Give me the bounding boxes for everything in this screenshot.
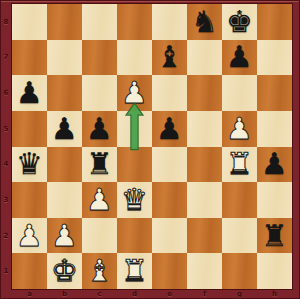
black-rook-c4[interactable]: ♜ [86, 149, 113, 179]
square-d4[interactable] [117, 147, 152, 183]
square-e1[interactable] [152, 253, 187, 289]
square-f8[interactable]: ♞ [187, 4, 222, 40]
square-e3[interactable] [152, 182, 187, 218]
square-d2[interactable] [117, 218, 152, 254]
square-b2[interactable]: ♟ [47, 218, 82, 254]
square-e2[interactable] [152, 218, 187, 254]
square-g3[interactable] [222, 182, 257, 218]
black-bishop-e7[interactable]: ♝ [156, 42, 183, 72]
square-f4[interactable] [187, 147, 222, 183]
rank-label-8: 8 [0, 4, 12, 40]
square-f3[interactable] [187, 182, 222, 218]
white-queen-d3[interactable]: ♛ [121, 185, 148, 215]
square-d8[interactable] [117, 4, 152, 40]
white-rook-g4[interactable]: ♜ [226, 149, 253, 179]
white-king-b1[interactable]: ♚ [51, 256, 78, 286]
white-pawn-b2[interactable]: ♟ [51, 221, 78, 251]
black-rook-h2[interactable]: ♜ [261, 221, 288, 251]
file-label-h: h [257, 289, 292, 299]
black-knight-f8[interactable]: ♞ [191, 7, 218, 37]
square-b3[interactable] [47, 182, 82, 218]
square-b6[interactable] [47, 75, 82, 111]
rank-label-1: 1 [0, 253, 12, 289]
file-label-d: d [117, 289, 152, 299]
file-label-b: b [47, 289, 82, 299]
square-h8[interactable] [257, 4, 292, 40]
square-g7[interactable]: ♟ [222, 40, 257, 76]
black-pawn-c5[interactable]: ♟ [86, 114, 113, 144]
square-d5[interactable] [117, 111, 152, 147]
square-f1[interactable] [187, 253, 222, 289]
black-pawn-g7[interactable]: ♟ [226, 42, 253, 72]
white-pawn-g5[interactable]: ♟ [226, 114, 253, 144]
square-a3[interactable] [12, 182, 47, 218]
chess-board: ♞♚♝♟♟♟♟♟♟♟♛♜♜♟♟♛♟♟♜♚♝♜ [12, 4, 292, 289]
square-h1[interactable] [257, 253, 292, 289]
square-h2[interactable]: ♜ [257, 218, 292, 254]
square-a6[interactable]: ♟ [12, 75, 47, 111]
square-c6[interactable] [82, 75, 117, 111]
square-f7[interactable] [187, 40, 222, 76]
square-h3[interactable] [257, 182, 292, 218]
square-e5[interactable]: ♟ [152, 111, 187, 147]
black-king-g8[interactable]: ♚ [226, 7, 253, 37]
black-pawn-h4[interactable]: ♟ [261, 149, 288, 179]
square-c1[interactable]: ♝ [82, 253, 117, 289]
file-label-f: f [187, 289, 222, 299]
square-d6[interactable]: ♟ [117, 75, 152, 111]
file-label-g: g [222, 289, 257, 299]
file-label-e: e [152, 289, 187, 299]
square-g1[interactable] [222, 253, 257, 289]
square-c5[interactable]: ♟ [82, 111, 117, 147]
square-g4[interactable]: ♜ [222, 147, 257, 183]
white-pawn-a2[interactable]: ♟ [16, 221, 43, 251]
square-c2[interactable] [82, 218, 117, 254]
white-bishop-c1[interactable]: ♝ [86, 256, 113, 286]
square-g8[interactable]: ♚ [222, 4, 257, 40]
black-queen-a4[interactable]: ♛ [16, 149, 43, 179]
square-f2[interactable] [187, 218, 222, 254]
rank-label-7: 7 [0, 40, 12, 76]
square-a8[interactable] [12, 4, 47, 40]
square-d3[interactable]: ♛ [117, 182, 152, 218]
black-pawn-a6[interactable]: ♟ [16, 78, 43, 108]
white-pawn-c3[interactable]: ♟ [86, 185, 113, 215]
file-label-c: c [82, 289, 117, 299]
rank-label-2: 2 [0, 218, 12, 254]
square-h5[interactable] [257, 111, 292, 147]
square-a5[interactable] [12, 111, 47, 147]
rank-label-5: 5 [0, 111, 12, 147]
square-a1[interactable] [12, 253, 47, 289]
square-h7[interactable] [257, 40, 292, 76]
square-c3[interactable]: ♟ [82, 182, 117, 218]
black-pawn-b5[interactable]: ♟ [51, 114, 78, 144]
black-pawn-e5[interactable]: ♟ [156, 114, 183, 144]
square-e6[interactable] [152, 75, 187, 111]
square-d1[interactable]: ♜ [117, 253, 152, 289]
square-h4[interactable]: ♟ [257, 147, 292, 183]
square-a7[interactable] [12, 40, 47, 76]
square-b7[interactable] [47, 40, 82, 76]
square-b8[interactable] [47, 4, 82, 40]
white-rook-d1[interactable]: ♜ [121, 256, 148, 286]
square-f5[interactable] [187, 111, 222, 147]
square-c4[interactable]: ♜ [82, 147, 117, 183]
board-frame: ♞♚♝♟♟♟♟♟♟♟♛♜♜♟♟♛♟♟♜♚♝♜ 87654321 abcdefgh [0, 0, 300, 299]
square-e7[interactable]: ♝ [152, 40, 187, 76]
square-a4[interactable]: ♛ [12, 147, 47, 183]
square-b5[interactable]: ♟ [47, 111, 82, 147]
square-g5[interactable]: ♟ [222, 111, 257, 147]
square-b4[interactable] [47, 147, 82, 183]
rank-label-4: 4 [0, 147, 12, 183]
square-c7[interactable] [82, 40, 117, 76]
square-g6[interactable] [222, 75, 257, 111]
square-c8[interactable] [82, 4, 117, 40]
file-label-a: a [12, 289, 47, 299]
square-g2[interactable] [222, 218, 257, 254]
square-e4[interactable] [152, 147, 187, 183]
rank-label-6: 6 [0, 75, 12, 111]
square-a2[interactable]: ♟ [12, 218, 47, 254]
square-b1[interactable]: ♚ [47, 253, 82, 289]
square-f6[interactable] [187, 75, 222, 111]
rank-label-3: 3 [0, 182, 12, 218]
file-coordinates: abcdefgh [12, 289, 292, 299]
square-e8[interactable] [152, 4, 187, 40]
square-h6[interactable] [257, 75, 292, 111]
white-pawn-d6[interactable]: ♟ [121, 78, 148, 108]
square-d7[interactable] [117, 40, 152, 76]
